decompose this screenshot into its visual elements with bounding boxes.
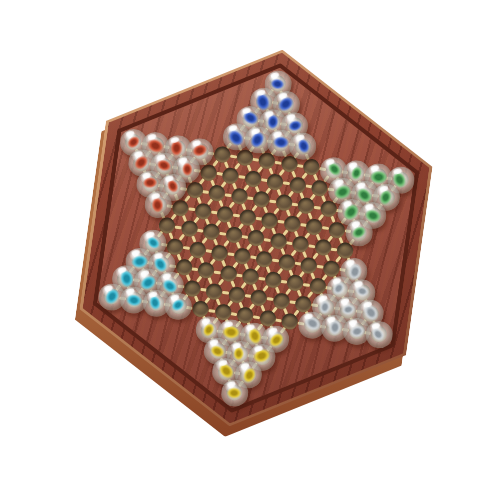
- board-hole[interactable]: [211, 244, 229, 262]
- board-hole[interactable]: [261, 211, 279, 229]
- marble-swirl: [347, 221, 371, 245]
- marble-swirl: [123, 289, 145, 311]
- board-hole[interactable]: [216, 205, 234, 223]
- chinese-checkers-board: [66, 27, 446, 449]
- marble-swirl: [292, 135, 314, 157]
- board-hole[interactable]: [300, 256, 318, 274]
- marble-swirl: [323, 317, 345, 339]
- board-hole[interactable]: [250, 288, 268, 306]
- board-hole[interactable]: [266, 173, 284, 191]
- marble-swirl: [366, 322, 391, 347]
- play-layer: [66, 27, 446, 449]
- marble-swirl: [167, 294, 190, 317]
- board-hole[interactable]: [305, 217, 323, 235]
- marble-swirl: [225, 383, 243, 401]
- board-hole[interactable]: [255, 250, 273, 268]
- marble-swirl: [271, 133, 291, 153]
- board-hole[interactable]: [222, 166, 240, 184]
- board-hole[interactable]: [172, 199, 190, 217]
- marble-swirl: [148, 194, 169, 215]
- marble-swirl: [345, 319, 368, 342]
- board-hole[interactable]: [295, 295, 313, 313]
- board-hole[interactable]: [205, 282, 223, 300]
- marble-swirl: [145, 292, 166, 313]
- product-photo-scene: [0, 0, 500, 500]
